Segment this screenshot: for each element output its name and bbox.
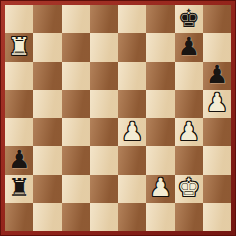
- square-h6[interactable]: ♟: [203, 62, 231, 90]
- square-e2[interactable]: [118, 175, 146, 203]
- square-a2[interactable]: ♜: [5, 175, 33, 203]
- square-d1[interactable]: [90, 203, 118, 231]
- square-c8[interactable]: [62, 5, 90, 33]
- square-a3[interactable]: ♟: [5, 146, 33, 174]
- square-f2[interactable]: ♟: [146, 175, 174, 203]
- square-d3[interactable]: [90, 146, 118, 174]
- square-f8[interactable]: [146, 5, 174, 33]
- square-c2[interactable]: [62, 175, 90, 203]
- black-pawn-a3[interactable]: ♟: [8, 147, 30, 172]
- square-h7[interactable]: [203, 33, 231, 61]
- square-c5[interactable]: [62, 90, 90, 118]
- square-b8[interactable]: [33, 5, 61, 33]
- square-b7[interactable]: [33, 33, 61, 61]
- square-g7[interactable]: ♟: [175, 33, 203, 61]
- square-c6[interactable]: [62, 62, 90, 90]
- square-d4[interactable]: [90, 118, 118, 146]
- square-e6[interactable]: [118, 62, 146, 90]
- black-king-g8[interactable]: ♚: [177, 6, 199, 31]
- square-g1[interactable]: [175, 203, 203, 231]
- square-h8[interactable]: [203, 5, 231, 33]
- square-f6[interactable]: [146, 62, 174, 90]
- square-a5[interactable]: [5, 90, 33, 118]
- black-rook-a2[interactable]: ♜: [8, 175, 30, 200]
- square-h1[interactable]: [203, 203, 231, 231]
- square-e3[interactable]: [118, 146, 146, 174]
- square-c1[interactable]: [62, 203, 90, 231]
- square-e7[interactable]: [118, 33, 146, 61]
- square-e1[interactable]: [118, 203, 146, 231]
- white-pawn-g4[interactable]: ♟: [177, 119, 199, 144]
- square-d2[interactable]: [90, 175, 118, 203]
- square-b1[interactable]: [33, 203, 61, 231]
- square-d8[interactable]: [90, 5, 118, 33]
- square-g4[interactable]: ♟: [175, 118, 203, 146]
- square-b2[interactable]: [33, 175, 61, 203]
- white-pawn-h5[interactable]: ♟: [206, 90, 228, 115]
- square-c4[interactable]: [62, 118, 90, 146]
- square-e8[interactable]: [118, 5, 146, 33]
- square-f4[interactable]: [146, 118, 174, 146]
- square-g2[interactable]: ♚: [175, 175, 203, 203]
- square-f1[interactable]: [146, 203, 174, 231]
- square-a7[interactable]: ♜: [5, 33, 33, 61]
- square-g6[interactable]: [175, 62, 203, 90]
- square-d5[interactable]: [90, 90, 118, 118]
- square-f7[interactable]: [146, 33, 174, 61]
- square-e5[interactable]: [118, 90, 146, 118]
- square-h5[interactable]: ♟: [203, 90, 231, 118]
- square-f5[interactable]: [146, 90, 174, 118]
- square-b4[interactable]: [33, 118, 61, 146]
- square-g3[interactable]: [175, 146, 203, 174]
- square-h2[interactable]: [203, 175, 231, 203]
- square-e4[interactable]: ♟: [118, 118, 146, 146]
- square-d7[interactable]: [90, 33, 118, 61]
- square-c3[interactable]: [62, 146, 90, 174]
- square-d6[interactable]: [90, 62, 118, 90]
- square-a8[interactable]: [5, 5, 33, 33]
- black-pawn-h6[interactable]: ♟: [206, 62, 228, 87]
- square-h3[interactable]: [203, 146, 231, 174]
- square-c7[interactable]: [62, 33, 90, 61]
- black-pawn-g7[interactable]: ♟: [177, 34, 199, 59]
- square-b3[interactable]: [33, 146, 61, 174]
- white-pawn-e4[interactable]: ♟: [121, 119, 143, 144]
- square-f3[interactable]: [146, 146, 174, 174]
- square-g8[interactable]: ♚: [175, 5, 203, 33]
- square-g5[interactable]: [175, 90, 203, 118]
- square-b6[interactable]: [33, 62, 61, 90]
- chess-board-frame: ♚♜♟♟♟♟♟♟♜♟♚: [0, 0, 236, 236]
- square-a1[interactable]: [5, 203, 33, 231]
- square-b5[interactable]: [33, 90, 61, 118]
- white-king-g2[interactable]: ♚: [177, 175, 199, 200]
- square-a4[interactable]: [5, 118, 33, 146]
- square-a6[interactable]: [5, 62, 33, 90]
- square-h4[interactable]: [203, 118, 231, 146]
- chess-board: ♚♜♟♟♟♟♟♟♜♟♚: [5, 5, 231, 231]
- white-pawn-f2[interactable]: ♟: [149, 175, 171, 200]
- white-rook-a7[interactable]: ♜: [8, 34, 30, 59]
